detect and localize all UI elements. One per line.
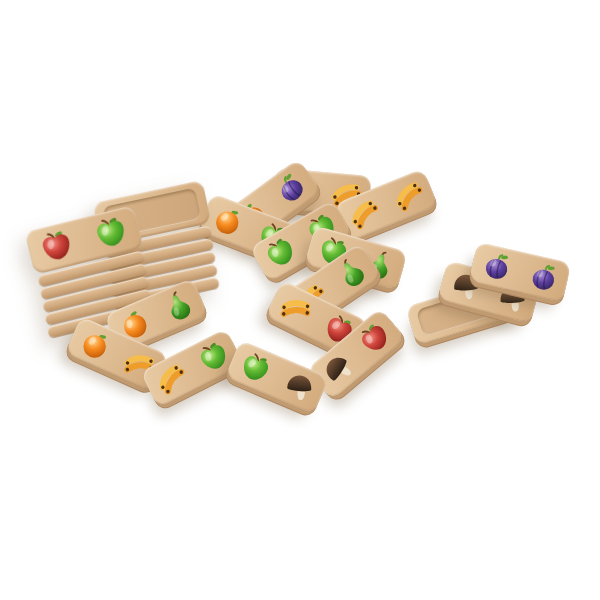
table-surface: [0, 0, 600, 600]
domino-greenapple-mushroom[interactable]: [225, 340, 329, 414]
